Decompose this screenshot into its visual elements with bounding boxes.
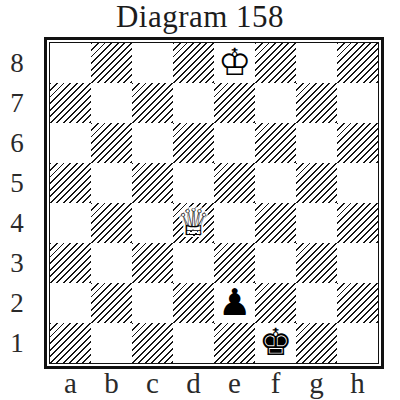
square-d8	[173, 43, 214, 83]
square-f2	[255, 283, 296, 323]
square-e5	[214, 163, 255, 203]
square-e4	[214, 203, 255, 243]
square-d4: ♕	[173, 203, 214, 243]
square-f8	[255, 43, 296, 83]
square-d3	[173, 243, 214, 283]
square-a3	[50, 243, 91, 283]
square-f7	[255, 83, 296, 123]
square-b7	[91, 83, 132, 123]
square-h7	[337, 83, 378, 123]
square-c2	[132, 283, 173, 323]
rank-label-3: 3	[2, 243, 32, 283]
square-a4	[50, 203, 91, 243]
black-king-f1: ♚	[259, 323, 292, 363]
square-b8	[91, 43, 132, 83]
square-b5	[91, 163, 132, 203]
file-label-c: c	[132, 368, 173, 398]
chess-board: ♔♕♟♚	[49, 42, 379, 364]
square-g6	[296, 123, 337, 163]
diagram-page: Diagram 158 87654321 ♔♕♟♚ abcdefgh	[0, 0, 400, 400]
square-e8: ♔	[214, 43, 255, 83]
file-label-f: f	[255, 368, 296, 398]
square-h1	[337, 323, 378, 363]
square-g2	[296, 283, 337, 323]
square-f4	[255, 203, 296, 243]
square-d5	[173, 163, 214, 203]
square-e3	[214, 243, 255, 283]
square-a1	[50, 323, 91, 363]
square-h4	[337, 203, 378, 243]
file-labels: abcdefgh	[50, 368, 378, 398]
square-d6	[173, 123, 214, 163]
square-g8	[296, 43, 337, 83]
square-c6	[132, 123, 173, 163]
square-a7	[50, 83, 91, 123]
square-d1	[173, 323, 214, 363]
square-f5	[255, 163, 296, 203]
square-b6	[91, 123, 132, 163]
rank-labels: 87654321	[2, 43, 32, 363]
square-g7	[296, 83, 337, 123]
square-h8	[337, 43, 378, 83]
white-queen-d4: ♕	[177, 203, 210, 243]
square-g4	[296, 203, 337, 243]
square-a6	[50, 123, 91, 163]
rank-label-5: 5	[2, 163, 32, 203]
rank-label-6: 6	[2, 123, 32, 163]
square-g3	[296, 243, 337, 283]
square-f1: ♚	[255, 323, 296, 363]
file-label-d: d	[173, 368, 214, 398]
square-f6	[255, 123, 296, 163]
square-a2	[50, 283, 91, 323]
square-f3	[255, 243, 296, 283]
square-c5	[132, 163, 173, 203]
square-c3	[132, 243, 173, 283]
square-h6	[337, 123, 378, 163]
square-c4	[132, 203, 173, 243]
board-frame: ♔♕♟♚	[44, 37, 384, 369]
square-e6	[214, 123, 255, 163]
rank-label-8: 8	[2, 43, 32, 83]
square-h5	[337, 163, 378, 203]
rank-label-7: 7	[2, 83, 32, 123]
file-label-g: g	[296, 368, 337, 398]
file-label-e: e	[214, 368, 255, 398]
square-b1	[91, 323, 132, 363]
square-b3	[91, 243, 132, 283]
square-e2: ♟	[214, 283, 255, 323]
square-e7	[214, 83, 255, 123]
square-c1	[132, 323, 173, 363]
rank-label-1: 1	[2, 323, 32, 363]
file-label-b: b	[91, 368, 132, 398]
square-h2	[337, 283, 378, 323]
diagram-title: Diagram 158	[0, 0, 400, 34]
square-h3	[337, 243, 378, 283]
square-e1	[214, 323, 255, 363]
square-a5	[50, 163, 91, 203]
square-a8	[50, 43, 91, 83]
square-d7	[173, 83, 214, 123]
rank-label-4: 4	[2, 203, 32, 243]
black-pawn-e2: ♟	[218, 283, 251, 323]
rank-label-2: 2	[2, 283, 32, 323]
square-b2	[91, 283, 132, 323]
file-label-a: a	[50, 368, 91, 398]
square-b4	[91, 203, 132, 243]
file-label-h: h	[337, 368, 378, 398]
square-c8	[132, 43, 173, 83]
square-c7	[132, 83, 173, 123]
square-g1	[296, 323, 337, 363]
square-g5	[296, 163, 337, 203]
square-d2	[173, 283, 214, 323]
white-king-e8: ♔	[218, 43, 251, 83]
